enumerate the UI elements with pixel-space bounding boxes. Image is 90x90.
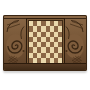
left-carved-panel [5,19,26,65]
chessboard-frame [27,19,64,65]
case-base-strip [4,63,86,70]
spiral-rosette-carving-icon [64,19,85,65]
spiral-rosette-carving-icon [5,19,26,65]
backgammon-case [3,15,87,71]
right-carved-panel [64,19,85,65]
product-photo [0,0,90,90]
chessboard [29,21,62,63]
